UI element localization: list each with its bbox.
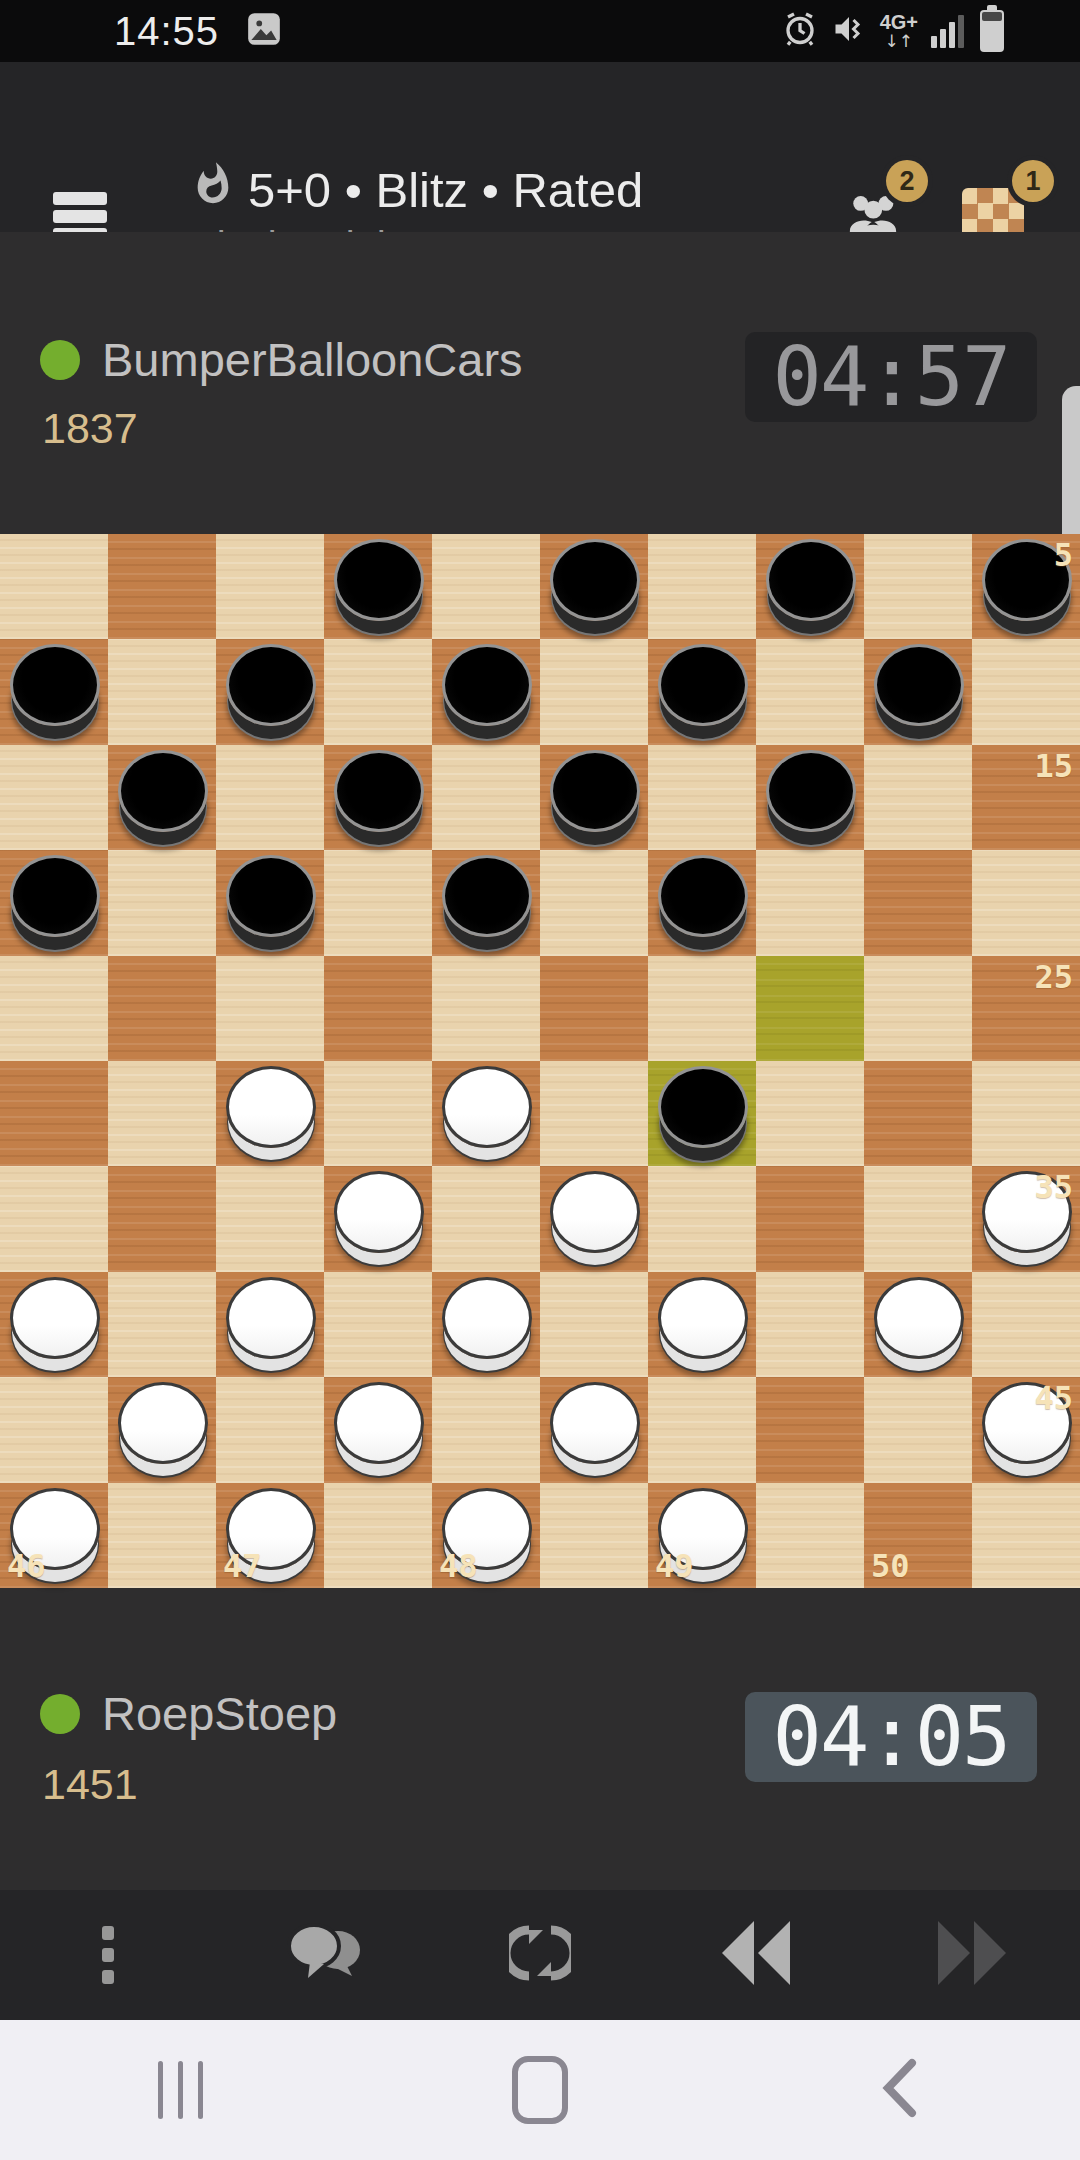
square-14[interactable] — [756, 745, 864, 850]
light-square — [540, 1483, 648, 1588]
game-title: 5+0 • Blitz • Rated — [248, 162, 643, 218]
square-40[interactable] — [864, 1272, 972, 1377]
square-15[interactable]: 15 — [972, 745, 1080, 850]
side-panel-edge — [1062, 386, 1080, 534]
back-icon — [878, 2057, 922, 2123]
black-man[interactable] — [226, 855, 316, 937]
light-square — [972, 1483, 1080, 1588]
light-square — [648, 745, 756, 850]
bottom-player-clock: 04:05 — [745, 1692, 1037, 1782]
black-man[interactable] — [658, 855, 748, 937]
square-17[interactable] — [216, 850, 324, 955]
square-41[interactable] — [108, 1377, 216, 1482]
white-man[interactable] — [658, 1277, 748, 1359]
light-square — [432, 1377, 540, 1482]
square-10[interactable] — [864, 639, 972, 744]
black-man[interactable] — [766, 750, 856, 832]
white-man[interactable] — [10, 1277, 100, 1359]
light-square — [324, 1483, 432, 1588]
square-32[interactable] — [324, 1166, 432, 1271]
light-square — [540, 1061, 648, 1166]
status-icons: 4G+ ↓↑ — [782, 10, 1004, 52]
square-6[interactable] — [0, 639, 108, 744]
status-bar: 14:55 4G+ ↓↑ — [0, 0, 1080, 62]
light-square — [108, 1061, 216, 1166]
light-square — [108, 639, 216, 744]
home-icon — [512, 2056, 568, 2124]
signal-icon — [931, 14, 964, 48]
black-man[interactable] — [334, 539, 424, 621]
square-2[interactable] — [324, 534, 432, 639]
light-square — [648, 956, 756, 1061]
recents-button[interactable] — [0, 2020, 360, 2160]
square-42[interactable] — [324, 1377, 432, 1482]
black-man[interactable] — [10, 855, 100, 937]
square-5[interactable]: 5 — [972, 534, 1080, 639]
white-man[interactable] — [226, 1277, 316, 1359]
square-label-49: 49 — [655, 1547, 694, 1585]
flip-board-icon — [509, 1918, 571, 1992]
black-man[interactable] — [550, 539, 640, 621]
light-square — [432, 534, 540, 639]
square-13[interactable] — [540, 745, 648, 850]
games-badge: 1 — [1012, 160, 1054, 202]
square-label-46: 46 — [7, 1547, 46, 1585]
fast-forward-icon — [930, 1921, 1014, 1989]
light-square — [324, 1272, 432, 1377]
light-square — [540, 639, 648, 744]
light-square — [756, 1272, 864, 1377]
light-square — [108, 850, 216, 955]
square-39[interactable] — [648, 1272, 756, 1377]
square-38[interactable] — [432, 1272, 540, 1377]
square-29[interactable] — [648, 1061, 756, 1166]
white-man[interactable] — [550, 1171, 640, 1253]
watchers-badge: 2 — [886, 160, 928, 202]
light-square — [756, 1483, 864, 1588]
light-square — [432, 1166, 540, 1271]
square-36[interactable] — [0, 1272, 108, 1377]
fast-forward-button[interactable] — [912, 1905, 1032, 2005]
white-man[interactable] — [874, 1277, 964, 1359]
chat-icon — [284, 1920, 364, 1990]
chat-button[interactable] — [264, 1905, 384, 2005]
square-23[interactable] — [540, 956, 648, 1061]
light-square — [972, 1272, 1080, 1377]
white-man[interactable] — [226, 1066, 316, 1148]
square-3[interactable] — [540, 534, 648, 639]
square-21[interactable] — [108, 956, 216, 1061]
blitz-flame-icon — [190, 158, 236, 221]
menu-ellipsis-button[interactable] — [48, 1905, 168, 2005]
white-man[interactable] — [334, 1382, 424, 1464]
square-label-35: 35 — [1034, 1168, 1073, 1206]
home-button[interactable] — [360, 2020, 720, 2160]
square-43[interactable] — [540, 1377, 648, 1482]
light-square — [0, 745, 108, 850]
square-20[interactable] — [864, 850, 972, 955]
white-man[interactable] — [550, 1382, 640, 1464]
square-27[interactable] — [216, 1061, 324, 1166]
light-square — [108, 1272, 216, 1377]
android-navbar — [0, 2020, 1080, 2160]
black-man[interactable] — [118, 750, 208, 832]
light-square — [756, 639, 864, 744]
square-46[interactable]: 46 — [0, 1483, 108, 1588]
light-square — [0, 1377, 108, 1482]
rewind-button[interactable] — [696, 1905, 816, 2005]
square-49[interactable]: 49 — [648, 1483, 756, 1588]
white-man[interactable] — [442, 1066, 532, 1148]
square-12[interactable] — [324, 745, 432, 850]
flip-board-button[interactable] — [480, 1905, 600, 2005]
square-label-48: 48 — [439, 1547, 478, 1585]
square-11[interactable] — [108, 745, 216, 850]
black-man[interactable] — [550, 750, 640, 832]
square-37[interactable] — [216, 1272, 324, 1377]
square-label-50: 50 — [871, 1547, 910, 1585]
square-18[interactable] — [432, 850, 540, 955]
board: 5152535454647484950 — [0, 534, 1080, 1588]
back-button[interactable] — [720, 2020, 1080, 2160]
light-square — [216, 745, 324, 850]
black-man[interactable] — [658, 1066, 748, 1148]
light-square — [324, 639, 432, 744]
light-square — [648, 1166, 756, 1271]
square-34[interactable] — [756, 1166, 864, 1271]
black-man[interactable] — [226, 644, 316, 726]
white-man[interactable] — [442, 1277, 532, 1359]
light-square — [864, 956, 972, 1061]
light-square — [108, 1483, 216, 1588]
light-square — [324, 1061, 432, 1166]
app-header: 5+0 • Blitz • Rated Playing right now 2 … — [0, 62, 1080, 232]
square-47[interactable]: 47 — [216, 1483, 324, 1588]
light-square — [432, 745, 540, 850]
white-man[interactable] — [118, 1382, 208, 1464]
bottom-player-area: RoepStoep 1451 04:05 — [0, 1588, 1080, 1890]
square-30[interactable] — [864, 1061, 972, 1166]
black-man[interactable] — [658, 644, 748, 726]
square-1[interactable] — [108, 534, 216, 639]
square-label-15: 15 — [1034, 747, 1073, 785]
light-square — [972, 850, 1080, 955]
light-square — [864, 745, 972, 850]
top-player-area: BumperBalloonCars 1837 04:57 — [0, 232, 1080, 534]
square-22[interactable] — [324, 956, 432, 1061]
black-man[interactable] — [442, 855, 532, 937]
network-4g-icon: 4G+ ↓↑ — [880, 12, 918, 50]
rewind-icon — [714, 1921, 798, 1989]
light-square — [864, 1377, 972, 1482]
top-player-name[interactable]: BumperBalloonCars — [102, 332, 523, 387]
battery-icon — [980, 10, 1004, 52]
light-square — [756, 1061, 864, 1166]
black-man[interactable] — [10, 644, 100, 726]
light-square — [0, 956, 108, 1061]
square-9[interactable] — [648, 639, 756, 744]
square-16[interactable] — [0, 850, 108, 955]
square-label-5: 5 — [1054, 536, 1073, 574]
online-dot — [40, 340, 80, 380]
square-33[interactable] — [540, 1166, 648, 1271]
square-label-45: 45 — [1034, 1379, 1073, 1417]
light-square — [0, 1166, 108, 1271]
square-26[interactable] — [0, 1061, 108, 1166]
light-square — [540, 850, 648, 955]
light-square — [540, 1272, 648, 1377]
light-square — [216, 1166, 324, 1271]
square-35[interactable]: 35 — [972, 1166, 1080, 1271]
game-toolbar — [0, 1890, 1080, 2020]
light-square — [216, 1377, 324, 1482]
square-7[interactable] — [216, 639, 324, 744]
black-man[interactable] — [442, 644, 532, 726]
square-label-47: 47 — [223, 1547, 262, 1585]
square-24[interactable] — [756, 956, 864, 1061]
black-man[interactable] — [874, 644, 964, 726]
app-screen: 14:55 4G+ ↓↑ 5+0 • Blitz • Rated — [0, 0, 1080, 2160]
alarm-icon — [782, 11, 818, 51]
square-19[interactable] — [648, 850, 756, 955]
black-man[interactable] — [334, 750, 424, 832]
light-square — [972, 1061, 1080, 1166]
square-44[interactable] — [756, 1377, 864, 1482]
light-square — [0, 534, 108, 639]
white-man[interactable] — [334, 1171, 424, 1253]
bottom-player-name[interactable]: RoepStoep — [102, 1686, 337, 1741]
light-square — [756, 850, 864, 955]
top-player-rating: 1837 — [42, 404, 138, 453]
light-square — [648, 534, 756, 639]
light-square — [864, 1166, 972, 1271]
square-50[interactable]: 50 — [864, 1483, 972, 1588]
vibrate-icon — [831, 11, 867, 51]
online-dot — [40, 1694, 80, 1734]
black-man[interactable] — [766, 539, 856, 621]
light-square — [216, 534, 324, 639]
square-48[interactable]: 48 — [432, 1483, 540, 1588]
square-31[interactable] — [108, 1166, 216, 1271]
light-square — [648, 1377, 756, 1482]
recents-icon — [158, 2061, 203, 2119]
top-player-clock: 04:57 — [745, 332, 1037, 422]
ellipsis-icon — [102, 1926, 114, 1984]
square-45[interactable]: 45 — [972, 1377, 1080, 1482]
square-4[interactable] — [756, 534, 864, 639]
square-label-25: 25 — [1034, 958, 1073, 996]
bottom-player-rating: 1451 — [42, 1760, 138, 1809]
light-square — [972, 639, 1080, 744]
light-square — [432, 956, 540, 1061]
square-8[interactable] — [432, 639, 540, 744]
light-square — [216, 956, 324, 1061]
light-square — [864, 534, 972, 639]
square-25[interactable]: 25 — [972, 956, 1080, 1061]
light-square — [324, 850, 432, 955]
square-28[interactable] — [432, 1061, 540, 1166]
status-time: 14:55 — [114, 9, 219, 54]
gallery-icon — [245, 10, 283, 52]
